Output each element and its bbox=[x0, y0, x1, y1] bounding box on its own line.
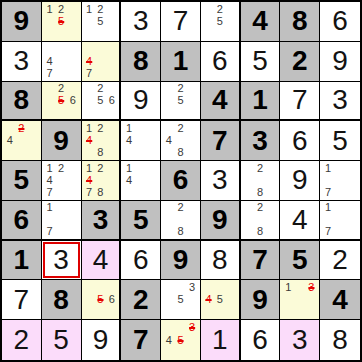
cell-r6c2[interactable]: 17 bbox=[42, 201, 82, 241]
cell-r2c2[interactable]: 47 bbox=[42, 42, 82, 82]
cell-value: 7 bbox=[173, 7, 189, 35]
cell-r7c7[interactable]: 7 bbox=[241, 241, 281, 281]
pencil-mark-5-crossed: 5 bbox=[55, 94, 67, 106]
cell-r5c1[interactable]: 5 bbox=[2, 161, 42, 201]
pencil-mark-4-crossed: 4 bbox=[203, 294, 214, 306]
cell-r5c2[interactable]: 1247 bbox=[42, 161, 82, 201]
pencil-mark-2-crossed: 2 bbox=[16, 122, 28, 134]
cell-value: 9 bbox=[173, 246, 189, 274]
pencil-mark-2: 2 bbox=[95, 122, 106, 134]
cell-value: 5 bbox=[14, 166, 30, 194]
pencil-mark-4: 4 bbox=[123, 135, 135, 147]
pencil-mark-7: 7 bbox=[84, 67, 95, 79]
cell-value: 2 bbox=[133, 286, 149, 314]
sudoku-board: 9125125372548634747816529825625692541732… bbox=[0, 0, 362, 362]
pencil-mark-6: 6 bbox=[67, 94, 79, 106]
cell-value: 2 bbox=[292, 47, 308, 75]
pencil-mark-5: 5 bbox=[175, 294, 187, 306]
cell-value: 5 bbox=[252, 47, 268, 75]
cell-r7c6[interactable]: 8 bbox=[201, 241, 241, 281]
pencil-mark-7: 7 bbox=[44, 67, 56, 79]
cell-r7c2[interactable]: 3 bbox=[42, 241, 82, 281]
cell-value: 3 bbox=[212, 166, 228, 194]
cell-r6c8[interactable]: 4 bbox=[280, 201, 320, 241]
cell-r2c3[interactable]: 47 bbox=[82, 42, 122, 82]
cell-r5c4[interactable]: 14 bbox=[121, 161, 161, 201]
pencil-mark-4-crossed: 4 bbox=[84, 174, 95, 186]
pencil-marks: 17 bbox=[320, 161, 360, 200]
pencil-mark-1: 1 bbox=[44, 3, 56, 15]
cell-value: 7 bbox=[292, 86, 308, 114]
cell-value: 2 bbox=[332, 246, 348, 274]
cell-value: 1 bbox=[173, 47, 189, 75]
pencil-mark-1: 1 bbox=[44, 202, 56, 214]
pencil-marks: 17 bbox=[42, 201, 81, 239]
cell-value: 1 bbox=[252, 86, 268, 114]
pencil-mark-3: 3 bbox=[186, 281, 198, 293]
cell-r8c6[interactable]: 45 bbox=[201, 280, 241, 320]
pencil-mark-5-crossed: 5 bbox=[95, 294, 106, 306]
cell-value: 3 bbox=[14, 47, 30, 75]
cell-r2c7[interactable]: 5 bbox=[241, 42, 281, 82]
cell-r5c7[interactable]: 28 bbox=[241, 161, 281, 201]
cell-r9c3[interactable]: 9 bbox=[82, 320, 122, 360]
cell-value: 4 bbox=[93, 246, 109, 274]
pencil-marks: 45 bbox=[201, 280, 239, 319]
pencil-marks: 1247 bbox=[42, 161, 81, 200]
pencil-marks: 12478 bbox=[82, 161, 120, 200]
pencil-mark-4: 4 bbox=[163, 334, 175, 347]
cell-value: 6 bbox=[212, 47, 228, 75]
cell-r9c2[interactable]: 5 bbox=[42, 320, 82, 360]
pencil-mark-6: 6 bbox=[106, 94, 117, 106]
pencil-mark-1: 1 bbox=[84, 122, 95, 134]
cell-value: 7 bbox=[252, 246, 268, 274]
pencil-mark-2: 2 bbox=[55, 83, 67, 95]
cell-r8c7[interactable]: 9 bbox=[241, 280, 281, 320]
pencil-marks: 14 bbox=[121, 121, 160, 160]
pencil-mark-3-crossed: 3 bbox=[186, 321, 198, 334]
cell-r5c8[interactable]: 9 bbox=[280, 161, 320, 201]
pencil-marks: 125 bbox=[42, 2, 81, 41]
pencil-mark-2: 2 bbox=[214, 3, 225, 15]
cell-r5c9[interactable]: 17 bbox=[320, 161, 360, 201]
pencil-mark-5: 5 bbox=[214, 294, 225, 306]
cell-r8c5[interactable]: 35 bbox=[161, 280, 201, 320]
cell-r3c5[interactable]: 25 bbox=[161, 82, 201, 122]
pencil-marks: 28 bbox=[161, 201, 200, 239]
cell-value: 8 bbox=[332, 326, 348, 354]
pencil-mark-7: 7 bbox=[44, 226, 56, 238]
cell-value: 6 bbox=[133, 246, 149, 274]
cell-value: 9 bbox=[14, 7, 30, 35]
pencil-mark-1: 1 bbox=[322, 202, 334, 214]
pencil-mark-2: 2 bbox=[175, 122, 187, 134]
cell-r8c4[interactable]: 2 bbox=[121, 280, 161, 320]
cell-r3c7[interactable]: 1 bbox=[241, 82, 281, 122]
cell-r3c9[interactable]: 3 bbox=[320, 82, 360, 122]
cell-value: 3 bbox=[332, 86, 348, 114]
cell-r4c1[interactable]: 24 bbox=[2, 121, 42, 161]
pencil-mark-5: 5 bbox=[95, 94, 106, 106]
cell-value: 4 bbox=[212, 86, 228, 114]
cell-value: 3 bbox=[292, 326, 308, 354]
pencil-mark-4: 4 bbox=[163, 135, 175, 147]
cell-value: 9 bbox=[292, 166, 308, 194]
cell-r2c1[interactable]: 3 bbox=[2, 42, 42, 82]
pencil-mark-2: 2 bbox=[55, 162, 67, 174]
cell-value: 9 bbox=[93, 326, 109, 354]
cell-r4c4[interactable]: 14 bbox=[121, 121, 161, 161]
pencil-marks: 47 bbox=[42, 42, 81, 81]
pencil-mark-8: 8 bbox=[175, 147, 187, 159]
cell-r8c2[interactable]: 8 bbox=[42, 280, 82, 320]
pencil-marks: 125 bbox=[82, 2, 120, 41]
cell-r4c7[interactable]: 3 bbox=[241, 121, 281, 161]
cell-value: 7 bbox=[133, 326, 149, 354]
pencil-marks: 17 bbox=[320, 201, 360, 239]
pencil-mark-2: 2 bbox=[254, 202, 266, 214]
cell-r3c3[interactable]: 256 bbox=[82, 82, 122, 122]
cell-value: 9 bbox=[133, 86, 149, 114]
cell-value: 1 bbox=[14, 246, 30, 274]
cell-r5c6[interactable]: 3 bbox=[201, 161, 241, 201]
cell-r1c2[interactable]: 125 bbox=[42, 2, 82, 42]
cell-r4c2[interactable]: 9 bbox=[42, 121, 82, 161]
pencil-mark-5-crossed: 5 bbox=[175, 334, 187, 347]
pencil-marks: 1248 bbox=[82, 121, 120, 160]
cell-r7c1[interactable]: 1 bbox=[2, 241, 42, 281]
cell-r1c3[interactable]: 125 bbox=[82, 2, 122, 42]
cell-r1c9[interactable]: 6 bbox=[320, 2, 360, 42]
cell-value: 1 bbox=[212, 326, 228, 354]
cell-r7c8[interactable]: 5 bbox=[280, 241, 320, 281]
pencil-mark-8: 8 bbox=[175, 226, 187, 238]
cell-r6c3[interactable]: 3 bbox=[82, 201, 122, 241]
pencil-mark-4: 4 bbox=[44, 55, 56, 67]
cell-r1c4[interactable]: 3 bbox=[121, 2, 161, 42]
pencil-mark-4: 4 bbox=[4, 135, 16, 147]
pencil-marks: 47 bbox=[82, 42, 120, 81]
cell-r1c1[interactable]: 9 bbox=[2, 2, 42, 42]
cell-value: 4 bbox=[292, 206, 308, 234]
pencil-marks: 28 bbox=[241, 201, 280, 239]
cell-r7c3[interactable]: 4 bbox=[82, 241, 122, 281]
cell-value: 4 bbox=[332, 286, 348, 314]
pencil-mark-1: 1 bbox=[322, 162, 334, 174]
cell-r7c5[interactable]: 9 bbox=[161, 241, 201, 281]
pencil-marks: 256 bbox=[42, 82, 81, 120]
pencil-mark-1: 1 bbox=[84, 162, 95, 174]
cell-r4c9[interactable]: 5 bbox=[320, 121, 360, 161]
cell-value: 6 bbox=[14, 206, 30, 234]
cell-r6c6[interactable]: 9 bbox=[201, 201, 241, 241]
pencil-mark-8: 8 bbox=[95, 147, 106, 159]
cell-r9c6[interactable]: 1 bbox=[201, 320, 241, 360]
pencil-marks: 28 bbox=[241, 161, 280, 200]
pencil-mark-5: 5 bbox=[95, 15, 106, 27]
cell-value: 8 bbox=[292, 7, 308, 35]
cell-value: 6 bbox=[173, 166, 189, 194]
cell-r6c5[interactable]: 28 bbox=[161, 201, 201, 241]
cell-r7c4[interactable]: 6 bbox=[121, 241, 161, 281]
cell-value: 6 bbox=[252, 326, 268, 354]
pencil-mark-7: 7 bbox=[322, 187, 334, 199]
cell-r9c1[interactable]: 2 bbox=[2, 320, 42, 360]
cell-value: 6 bbox=[292, 127, 308, 155]
cell-r4c5[interactable]: 248 bbox=[161, 121, 201, 161]
pencil-mark-3-crossed: 3 bbox=[306, 281, 318, 293]
pencil-mark-8: 8 bbox=[95, 187, 106, 199]
pencil-mark-2: 2 bbox=[55, 3, 67, 15]
pencil-mark-7: 7 bbox=[322, 226, 334, 238]
cell-r9c7[interactable]: 6 bbox=[241, 320, 281, 360]
cell-r4c6[interactable]: 7 bbox=[201, 121, 241, 161]
cell-value: 8 bbox=[14, 86, 30, 114]
pencil-mark-8: 8 bbox=[254, 226, 266, 238]
pencil-mark-2: 2 bbox=[175, 83, 187, 95]
cell-r2c6[interactable]: 6 bbox=[201, 42, 241, 82]
pencil-mark-1: 1 bbox=[282, 281, 294, 293]
cell-r1c7[interactable]: 4 bbox=[241, 2, 281, 42]
cell-r8c3[interactable]: 56 bbox=[82, 280, 122, 320]
pencil-marks: 35 bbox=[161, 280, 200, 319]
pencil-mark-1: 1 bbox=[84, 3, 95, 15]
cell-r3c8[interactable]: 7 bbox=[280, 82, 320, 122]
cell-r3c6[interactable]: 4 bbox=[201, 82, 241, 122]
cell-value: 4 bbox=[252, 7, 268, 35]
pencil-mark-5-crossed: 5 bbox=[55, 15, 67, 27]
cell-r6c9[interactable]: 17 bbox=[320, 201, 360, 241]
cell-value: 7 bbox=[14, 286, 30, 314]
cell-value: 9 bbox=[53, 127, 69, 155]
pencil-marks: 14 bbox=[121, 161, 160, 200]
pencil-marks: 256 bbox=[82, 82, 120, 120]
cell-value: 2 bbox=[14, 326, 30, 354]
cell-r6c7[interactable]: 28 bbox=[241, 201, 281, 241]
cell-r6c4[interactable]: 5 bbox=[121, 201, 161, 241]
cell-r1c6[interactable]: 25 bbox=[201, 2, 241, 42]
cell-r2c9[interactable]: 9 bbox=[320, 42, 360, 82]
pencil-mark-4: 4 bbox=[44, 174, 56, 186]
pencil-marks: 248 bbox=[161, 121, 200, 160]
cell-value: 6 bbox=[332, 7, 348, 35]
cell-value: 5 bbox=[133, 206, 149, 234]
cell-r6c1[interactable]: 6 bbox=[2, 201, 42, 241]
cell-value: 5 bbox=[53, 326, 69, 354]
cell-r4c8[interactable]: 6 bbox=[280, 121, 320, 161]
cell-value: 8 bbox=[53, 286, 69, 314]
pencil-mark-2: 2 bbox=[254, 162, 266, 174]
cell-value: 5 bbox=[292, 246, 308, 274]
pencil-mark-6: 6 bbox=[106, 294, 117, 306]
pencil-mark-4: 4 bbox=[123, 174, 135, 186]
cell-r5c3[interactable]: 12478 bbox=[82, 161, 122, 201]
cell-r3c4[interactable]: 9 bbox=[121, 82, 161, 122]
pencil-marks: 24 bbox=[2, 121, 41, 160]
cell-value: 5 bbox=[332, 127, 348, 155]
pencil-marks: 345 bbox=[161, 320, 200, 360]
cell-value: 7 bbox=[212, 127, 228, 155]
cell-value: 9 bbox=[212, 206, 228, 234]
pencil-marks: 56 bbox=[82, 280, 120, 319]
cell-value: 9 bbox=[332, 47, 348, 75]
cell-r2c8[interactable]: 2 bbox=[280, 42, 320, 82]
pencil-mark-2: 2 bbox=[95, 162, 106, 174]
cell-r7c9[interactable]: 2 bbox=[320, 241, 360, 281]
pencil-mark-1: 1 bbox=[44, 162, 56, 174]
pencil-marks: 25 bbox=[161, 82, 200, 120]
cell-value: 3 bbox=[93, 206, 109, 234]
pencil-mark-1: 1 bbox=[123, 162, 135, 174]
cell-r3c2[interactable]: 256 bbox=[42, 82, 82, 122]
cell-r9c4[interactable]: 7 bbox=[121, 320, 161, 360]
cell-r2c5[interactable]: 1 bbox=[161, 42, 201, 82]
cell-value: 3 bbox=[53, 246, 69, 274]
cell-r1c5[interactable]: 7 bbox=[161, 2, 201, 42]
pencil-mark-5: 5 bbox=[214, 15, 225, 27]
cell-r4c3[interactable]: 1248 bbox=[82, 121, 122, 161]
cell-r9c8[interactable]: 3 bbox=[280, 320, 320, 360]
cell-r9c5[interactable]: 345 bbox=[161, 320, 201, 360]
cell-r2c4[interactable]: 8 bbox=[121, 42, 161, 82]
cell-r8c1[interactable]: 7 bbox=[2, 280, 42, 320]
cell-r8c9[interactable]: 4 bbox=[320, 280, 360, 320]
cell-r1c8[interactable]: 8 bbox=[280, 2, 320, 42]
cell-value: 3 bbox=[133, 7, 149, 35]
cell-value: 9 bbox=[252, 286, 268, 314]
cell-value: 8 bbox=[133, 47, 149, 75]
cell-r3c1[interactable]: 8 bbox=[2, 82, 42, 122]
pencil-marks: 13 bbox=[280, 280, 319, 319]
cell-r8c8[interactable]: 13 bbox=[280, 280, 320, 320]
pencil-mark-2: 2 bbox=[95, 83, 106, 95]
pencil-mark-2: 2 bbox=[175, 202, 187, 214]
pencil-marks: 25 bbox=[201, 2, 239, 41]
pencil-mark-4-crossed: 4 bbox=[84, 135, 95, 147]
pencil-mark-7: 7 bbox=[84, 187, 95, 199]
pencil-mark-5: 5 bbox=[175, 94, 187, 106]
cell-value: 8 bbox=[212, 246, 228, 274]
cell-value: 3 bbox=[252, 127, 268, 155]
cell-r9c9[interactable]: 8 bbox=[320, 320, 360, 360]
pencil-mark-4-crossed: 4 bbox=[84, 55, 95, 67]
pencil-mark-7: 7 bbox=[44, 187, 56, 199]
cell-r5c5[interactable]: 6 bbox=[161, 161, 201, 201]
pencil-mark-2: 2 bbox=[95, 3, 106, 15]
pencil-mark-1: 1 bbox=[123, 122, 135, 134]
pencil-mark-8: 8 bbox=[254, 187, 266, 199]
